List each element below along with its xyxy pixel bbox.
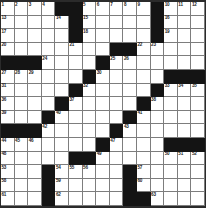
- white-cell-r4c13[interactable]: [164, 43, 178, 57]
- white-cell-r4c1[interactable]: 20: [1, 43, 15, 57]
- white-cell-r7c7[interactable]: 32: [83, 84, 97, 98]
- black-cell-r15c10: [123, 192, 137, 206]
- clue-number-31: 31: [2, 83, 7, 88]
- black-cell-r6c14: [178, 70, 192, 84]
- white-cell-r2c10[interactable]: [123, 16, 137, 30]
- white-cell-r1c4[interactable]: 4: [42, 2, 56, 16]
- white-cell-r5c9[interactable]: 25: [110, 56, 124, 70]
- white-cell-r3c15[interactable]: [191, 29, 205, 43]
- white-cell-r15c15[interactable]: [191, 192, 205, 206]
- white-cell-r10c6[interactable]: [69, 124, 83, 138]
- white-cell-r13c7[interactable]: 56: [83, 165, 97, 179]
- white-cell-r11c7[interactable]: [83, 138, 97, 152]
- white-cell-r7c11[interactable]: [137, 84, 151, 98]
- white-cell-r5c6[interactable]: [69, 56, 83, 70]
- white-cell-r1c2[interactable]: 2: [15, 2, 29, 16]
- white-cell-r12c2[interactable]: [15, 152, 29, 166]
- white-cell-r15c6[interactable]: [69, 192, 83, 206]
- clue-number-20: 20: [2, 42, 7, 47]
- white-cell-r14c14[interactable]: [178, 179, 192, 193]
- white-cell-r7c13[interactable]: 33: [164, 84, 178, 98]
- clue-number-53: 53: [2, 165, 7, 170]
- white-cell-r13c1[interactable]: 53: [1, 165, 15, 179]
- clue-number-22: 22: [138, 42, 143, 47]
- white-cell-r12c10[interactable]: [123, 152, 137, 166]
- white-cell-r10c4[interactable]: 42: [42, 124, 56, 138]
- white-cell-r8c2[interactable]: [15, 97, 29, 111]
- clue-number-3: 3: [29, 2, 31, 7]
- white-cell-r14c7[interactable]: [83, 179, 97, 193]
- clue-number-26: 26: [124, 56, 129, 61]
- black-cell-r14c4: [42, 179, 56, 193]
- white-cell-r15c13[interactable]: [164, 192, 178, 206]
- clue-number-11: 11: [178, 2, 182, 7]
- white-cell-r11c10[interactable]: [123, 138, 137, 152]
- crossword-puzzle: 1234567891011121314151617181920212223242…: [0, 0, 207, 209]
- white-cell-r13c2[interactable]: [15, 165, 29, 179]
- white-cell-r5c15[interactable]: [191, 56, 205, 70]
- white-cell-r2c4[interactable]: [42, 16, 56, 30]
- white-cell-r1c14[interactable]: 11: [178, 2, 192, 16]
- black-cell-r10c1: [1, 124, 15, 138]
- white-cell-r3c13[interactable]: 19: [164, 29, 178, 43]
- white-cell-r3c11[interactable]: [137, 29, 151, 43]
- white-cell-r2c5[interactable]: 14: [55, 16, 69, 30]
- clue-number-60: 60: [138, 178, 143, 183]
- white-cell-r11c5[interactable]: [55, 138, 69, 152]
- black-cell-r11c8: [96, 138, 110, 152]
- white-cell-r13c11[interactable]: 57: [137, 165, 151, 179]
- clue-number-17: 17: [2, 29, 7, 34]
- white-cell-r14c11[interactable]: 60: [137, 179, 151, 193]
- clue-number-35: 35: [192, 83, 197, 88]
- white-cell-r8c4[interactable]: [42, 97, 56, 111]
- white-cell-r8c1[interactable]: 36: [1, 97, 15, 111]
- white-cell-r6c3[interactable]: 29: [28, 70, 42, 84]
- clue-number-1: 1: [2, 2, 4, 7]
- white-cell-r3c4[interactable]: [42, 29, 56, 43]
- white-cell-r3c2[interactable]: [15, 29, 29, 43]
- white-cell-r6c8[interactable]: 30: [96, 70, 110, 84]
- white-cell-r13c9[interactable]: [110, 165, 124, 179]
- white-cell-r4c14[interactable]: [178, 43, 192, 57]
- white-cell-r11c11[interactable]: [137, 138, 151, 152]
- white-cell-r9c7[interactable]: [83, 111, 97, 125]
- white-cell-r2c14[interactable]: [178, 16, 192, 30]
- white-cell-r7c10[interactable]: [123, 84, 137, 98]
- white-cell-r12c9[interactable]: [110, 152, 124, 166]
- white-cell-r10c12[interactable]: [151, 124, 165, 138]
- clue-number-49: 49: [97, 151, 102, 156]
- white-cell-r1c13[interactable]: 10: [164, 2, 178, 16]
- white-cell-r15c14[interactable]: [178, 192, 192, 206]
- black-cell-r5c2: [15, 56, 29, 70]
- white-cell-r12c14[interactable]: 51: [178, 152, 192, 166]
- black-cell-r7c12: [151, 84, 165, 98]
- white-cell-r9c14[interactable]: [178, 111, 192, 125]
- white-cell-r7c4[interactable]: [42, 84, 56, 98]
- white-cell-r1c1[interactable]: 1: [1, 2, 15, 16]
- white-cell-r6c10[interactable]: [123, 70, 137, 84]
- white-cell-r2c8[interactable]: [96, 16, 110, 30]
- white-cell-r14c9[interactable]: [110, 179, 124, 193]
- white-cell-r8c10[interactable]: [123, 97, 137, 111]
- black-cell-r6c13: [164, 70, 178, 84]
- white-cell-r10c5[interactable]: [55, 124, 69, 138]
- white-cell-r14c13[interactable]: [164, 179, 178, 193]
- white-cell-r1c11[interactable]: 9: [137, 2, 151, 16]
- white-cell-r9c12[interactable]: [151, 111, 165, 125]
- white-cell-r7c14[interactable]: 34: [178, 84, 192, 98]
- white-cell-r4c7[interactable]: [83, 43, 97, 57]
- black-cell-r15c4: [42, 192, 56, 206]
- clue-number-14: 14: [56, 15, 61, 20]
- white-cell-r8c13[interactable]: [164, 97, 178, 111]
- black-cell-r4c10: [123, 43, 137, 57]
- white-cell-r7c9[interactable]: [110, 84, 124, 98]
- white-cell-r10c8[interactable]: [96, 124, 110, 138]
- clue-number-39: 39: [2, 110, 7, 115]
- black-cell-r2c12: [151, 16, 165, 30]
- white-cell-r7c1[interactable]: 31: [1, 84, 15, 98]
- white-cell-r9c3[interactable]: [28, 111, 42, 125]
- clue-number-21: 21: [70, 42, 75, 47]
- clue-number-32: 32: [83, 83, 88, 88]
- clue-number-50: 50: [165, 151, 170, 156]
- white-cell-r15c12[interactable]: 63: [151, 192, 165, 206]
- black-cell-r8c5: [55, 97, 69, 111]
- white-cell-r15c7[interactable]: [83, 192, 97, 206]
- white-cell-r2c7[interactable]: 15: [83, 16, 97, 30]
- clue-number-43: 43: [124, 124, 129, 129]
- white-cell-r15c3[interactable]: [28, 192, 42, 206]
- white-cell-r2c1[interactable]: 13: [1, 16, 15, 30]
- clue-number-40: 40: [56, 110, 61, 115]
- white-cell-r3c10[interactable]: [123, 29, 137, 43]
- clue-number-18: 18: [83, 29, 88, 34]
- white-cell-r13c14[interactable]: [178, 165, 192, 179]
- white-cell-r8c9[interactable]: [110, 97, 124, 111]
- clue-number-4: 4: [42, 2, 44, 7]
- white-cell-r11c12[interactable]: [151, 138, 165, 152]
- white-cell-r8c7[interactable]: [83, 97, 97, 111]
- white-cell-r6c4[interactable]: [42, 70, 56, 84]
- clue-number-13: 13: [2, 15, 7, 20]
- white-cell-r2c3[interactable]: [28, 16, 42, 30]
- white-cell-r4c11[interactable]: 22: [137, 43, 151, 57]
- white-cell-r12c4[interactable]: [42, 152, 56, 166]
- clue-number-33: 33: [165, 83, 170, 88]
- white-cell-r12c3[interactable]: [28, 152, 42, 166]
- white-cell-r14c2[interactable]: [15, 179, 29, 193]
- white-cell-r1c8[interactable]: 6: [96, 2, 110, 16]
- white-cell-r15c5[interactable]: 62: [55, 192, 69, 206]
- white-cell-r13c8[interactable]: [96, 165, 110, 179]
- black-cell-r12c7: [83, 152, 97, 166]
- white-cell-r6c12[interactable]: [151, 70, 165, 84]
- white-cell-r6c9[interactable]: [110, 70, 124, 84]
- black-cell-r3c12: [151, 29, 165, 43]
- white-cell-r15c2[interactable]: [15, 192, 29, 206]
- white-cell-r14c8[interactable]: [96, 179, 110, 193]
- white-cell-r1c10[interactable]: 8: [123, 2, 137, 16]
- clue-number-27: 27: [2, 70, 7, 75]
- white-cell-r11c3[interactable]: 46: [28, 138, 42, 152]
- white-cell-r11c6[interactable]: [69, 138, 83, 152]
- white-cell-r14c12[interactable]: [151, 179, 165, 193]
- white-cell-r5c11[interactable]: [137, 56, 151, 70]
- clue-number-47: 47: [110, 138, 115, 143]
- black-cell-r3c6: [69, 29, 83, 43]
- white-cell-r11c2[interactable]: 45: [15, 138, 29, 152]
- black-cell-r4c9: [110, 43, 124, 57]
- clue-number-36: 36: [2, 97, 7, 102]
- clue-number-23: 23: [151, 42, 156, 47]
- white-cell-r9c2[interactable]: [15, 111, 29, 125]
- white-cell-r10c7[interactable]: [83, 124, 97, 138]
- clue-number-46: 46: [29, 138, 34, 143]
- black-cell-r11c14: [178, 138, 192, 152]
- clue-number-58: 58: [2, 178, 7, 183]
- white-cell-r12c8[interactable]: 49: [96, 152, 110, 166]
- white-cell-r7c8[interactable]: [96, 84, 110, 98]
- white-cell-r6c1[interactable]: 27: [1, 70, 15, 84]
- black-cell-r14c10: [123, 179, 137, 193]
- white-cell-r8c12[interactable]: 38: [151, 97, 165, 111]
- white-cell-r12c12[interactable]: [151, 152, 165, 166]
- white-cell-r13c13[interactable]: [164, 165, 178, 179]
- white-cell-r9c11[interactable]: 41: [137, 111, 151, 125]
- white-cell-r6c11[interactable]: [137, 70, 151, 84]
- white-cell-r13c6[interactable]: 55: [69, 165, 83, 179]
- clue-number-12: 12: [192, 2, 197, 7]
- white-cell-r14c5[interactable]: 59: [55, 179, 69, 193]
- white-cell-r4c12[interactable]: 23: [151, 43, 165, 57]
- white-cell-r5c10[interactable]: 26: [123, 56, 137, 70]
- white-cell-r2c9[interactable]: [110, 16, 124, 30]
- white-cell-r10c13[interactable]: [164, 124, 178, 138]
- clue-number-63: 63: [151, 192, 156, 197]
- white-cell-r3c1[interactable]: 17: [1, 29, 15, 43]
- white-cell-r4c8[interactable]: [96, 43, 110, 57]
- clue-number-61: 61: [2, 192, 7, 197]
- clue-number-56: 56: [83, 165, 88, 170]
- white-cell-r5c7[interactable]: [83, 56, 97, 70]
- white-cell-r4c2[interactable]: [15, 43, 29, 57]
- clue-number-45: 45: [15, 138, 20, 143]
- clue-number-16: 16: [165, 15, 170, 20]
- black-cell-r1c6: [69, 2, 83, 16]
- white-cell-r6c2[interactable]: 28: [15, 70, 29, 84]
- white-cell-r10c11[interactable]: [137, 124, 151, 138]
- white-cell-r7c2[interactable]: [15, 84, 29, 98]
- white-cell-r8c14[interactable]: [178, 97, 192, 111]
- white-cell-r5c13[interactable]: [164, 56, 178, 70]
- crossword-grid: 1234567891011121314151617181920212223242…: [0, 0, 206, 208]
- clue-number-62: 62: [56, 192, 61, 197]
- white-cell-r3c5[interactable]: [55, 29, 69, 43]
- white-cell-r7c15[interactable]: 35: [191, 84, 205, 98]
- clue-number-9: 9: [138, 2, 140, 7]
- clue-number-55: 55: [70, 165, 75, 170]
- white-cell-r14c1[interactable]: 58: [1, 179, 15, 193]
- white-cell-r8c15[interactable]: [191, 97, 205, 111]
- white-cell-r8c6[interactable]: 37: [69, 97, 83, 111]
- clue-number-8: 8: [124, 2, 126, 7]
- black-cell-r6c15: [191, 70, 205, 84]
- white-cell-r15c8[interactable]: [96, 192, 110, 206]
- clue-number-52: 52: [192, 151, 197, 156]
- white-cell-r4c6[interactable]: 21: [69, 43, 83, 57]
- white-cell-r3c7[interactable]: 18: [83, 29, 97, 43]
- white-cell-r7c3[interactable]: [28, 84, 42, 98]
- black-cell-r7c6: [69, 84, 83, 98]
- clue-number-57: 57: [138, 165, 143, 170]
- black-cell-r6c7: [83, 70, 97, 84]
- black-cell-r8c11: [137, 97, 151, 111]
- white-cell-r6c5[interactable]: [55, 70, 69, 84]
- clue-number-38: 38: [151, 97, 156, 102]
- white-cell-r2c13[interactable]: 16: [164, 16, 178, 30]
- clue-number-7: 7: [110, 2, 112, 7]
- clue-number-59: 59: [56, 178, 61, 183]
- clue-number-54: 54: [56, 165, 61, 170]
- white-cell-r3c8[interactable]: [96, 29, 110, 43]
- clue-number-41: 41: [138, 110, 143, 115]
- clue-number-34: 34: [178, 83, 183, 88]
- clue-number-30: 30: [97, 70, 102, 75]
- white-cell-r5c14[interactable]: [178, 56, 192, 70]
- clue-number-44: 44: [2, 138, 7, 143]
- white-cell-r9c8[interactable]: [96, 111, 110, 125]
- white-cell-r6c6[interactable]: [69, 70, 83, 84]
- white-cell-r15c9[interactable]: [110, 192, 124, 206]
- white-cell-r12c1[interactable]: 48: [1, 152, 15, 166]
- clue-number-25: 25: [110, 56, 115, 61]
- white-cell-r9c6[interactable]: [69, 111, 83, 125]
- clue-number-24: 24: [42, 56, 47, 61]
- white-cell-r12c5[interactable]: [55, 152, 69, 166]
- white-cell-r9c1[interactable]: 39: [1, 111, 15, 125]
- black-cell-r11c13: [164, 138, 178, 152]
- clue-number-28: 28: [15, 70, 20, 75]
- white-cell-r2c11[interactable]: [137, 16, 151, 30]
- white-cell-r10c10[interactable]: 43: [123, 124, 137, 138]
- white-cell-r4c4[interactable]: [42, 43, 56, 57]
- white-cell-r14c15[interactable]: [191, 179, 205, 193]
- white-cell-r13c5[interactable]: 54: [55, 165, 69, 179]
- clue-number-29: 29: [29, 70, 34, 75]
- white-cell-r14c3[interactable]: [28, 179, 42, 193]
- white-cell-r4c5[interactable]: [55, 43, 69, 57]
- white-cell-r2c15[interactable]: [191, 16, 205, 30]
- clue-number-37: 37: [70, 97, 75, 102]
- white-cell-r1c9[interactable]: 7: [110, 2, 124, 16]
- clue-number-19: 19: [165, 29, 170, 34]
- white-cell-r7c5[interactable]: [55, 84, 69, 98]
- white-cell-r4c15[interactable]: [191, 43, 205, 57]
- white-cell-r12c11[interactable]: [137, 152, 151, 166]
- clue-number-10: 10: [165, 2, 170, 7]
- white-cell-r3c14[interactable]: [178, 29, 192, 43]
- white-cell-r13c15[interactable]: [191, 165, 205, 179]
- black-cell-r9c10: [123, 111, 137, 125]
- white-cell-r10c14[interactable]: [178, 124, 192, 138]
- white-cell-r14c6[interactable]: [69, 179, 83, 193]
- white-cell-r10c15[interactable]: [191, 124, 205, 138]
- black-cell-r5c1: [1, 56, 15, 70]
- white-cell-r5c12[interactable]: [151, 56, 165, 70]
- black-cell-r9c4: [42, 111, 56, 125]
- white-cell-r5c4[interactable]: 24: [42, 56, 56, 70]
- black-cell-r2c6: [69, 16, 83, 30]
- clue-number-5: 5: [83, 2, 85, 7]
- white-cell-r15c1[interactable]: 61: [1, 192, 15, 206]
- white-cell-r12c13[interactable]: 50: [164, 152, 178, 166]
- white-cell-r11c9[interactable]: 47: [110, 138, 124, 152]
- white-cell-r1c3[interactable]: 3: [28, 2, 42, 16]
- white-cell-r3c3[interactable]: [28, 29, 42, 43]
- white-cell-r13c12[interactable]: [151, 165, 165, 179]
- black-cell-r13c10: [123, 165, 137, 179]
- white-cell-r3c9[interactable]: [110, 29, 124, 43]
- white-cell-r12c15[interactable]: 52: [191, 152, 205, 166]
- white-cell-r9c15[interactable]: [191, 111, 205, 125]
- black-cell-r1c5: [55, 2, 69, 16]
- white-cell-r13c3[interactable]: [28, 165, 42, 179]
- black-cell-r12c6: [69, 152, 83, 166]
- white-cell-r4c3[interactable]: [28, 43, 42, 57]
- white-cell-r2c2[interactable]: [15, 16, 29, 30]
- white-cell-r8c8[interactable]: [96, 97, 110, 111]
- black-cell-r13c4: [42, 165, 56, 179]
- white-cell-r1c15[interactable]: 12: [191, 2, 205, 16]
- black-cell-r10c9: [110, 124, 124, 138]
- black-cell-r5c3: [28, 56, 42, 70]
- white-cell-r11c1[interactable]: 44: [1, 138, 15, 152]
- white-cell-r9c5[interactable]: 40: [55, 111, 69, 125]
- white-cell-r11c4[interactable]: [42, 138, 56, 152]
- clue-number-15: 15: [83, 15, 88, 20]
- black-cell-r1c12: [151, 2, 165, 16]
- clue-number-48: 48: [2, 151, 7, 156]
- clue-number-6: 6: [97, 2, 99, 7]
- black-cell-r10c3: [28, 124, 42, 138]
- white-cell-r8c3[interactable]: [28, 97, 42, 111]
- black-cell-r5c8: [96, 56, 110, 70]
- clue-number-42: 42: [42, 124, 47, 129]
- white-cell-r9c13[interactable]: [164, 111, 178, 125]
- black-cell-r15c11: [137, 192, 151, 206]
- clue-number-51: 51: [178, 151, 183, 156]
- black-cell-r10c2: [15, 124, 29, 138]
- clue-number-2: 2: [15, 2, 17, 7]
- white-cell-r1c7[interactable]: 5: [83, 2, 97, 16]
- white-cell-r9c9[interactable]: [110, 111, 124, 125]
- white-cell-r5c5[interactable]: [55, 56, 69, 70]
- black-cell-r11c15: [191, 138, 205, 152]
